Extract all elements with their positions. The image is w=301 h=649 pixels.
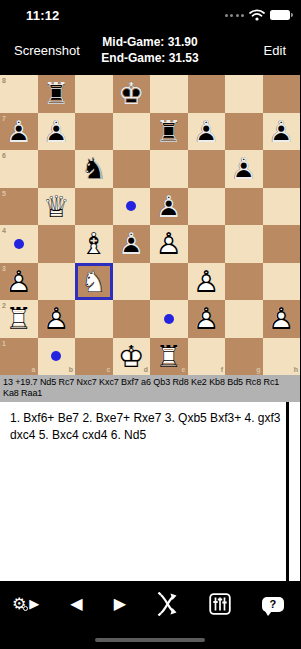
- square-f7[interactable]: ♟♙: [188, 113, 226, 151]
- file-label-g: g: [256, 366, 260, 373]
- square-h4[interactable]: [263, 225, 301, 263]
- square-a8[interactable]: 8: [0, 75, 38, 113]
- home-indicator[interactable]: [95, 638, 205, 643]
- file-label-h: h: [294, 366, 298, 373]
- nav-bar: Screenshot Mid-Game: 31.90 End-Game: 31.…: [0, 30, 300, 75]
- legal-move-dot[interactable]: [51, 351, 61, 361]
- square-d4[interactable]: ♟♙: [113, 225, 151, 263]
- square-c5[interactable]: [75, 188, 113, 226]
- square-d5[interactable]: [113, 188, 151, 226]
- square-b6[interactable]: [38, 150, 76, 188]
- square-a4[interactable]: 4: [0, 225, 38, 263]
- square-a6[interactable]: 6: [0, 150, 38, 188]
- square-e3[interactable]: [150, 263, 188, 301]
- square-f6[interactable]: [188, 150, 226, 188]
- app-window: 11:12 Screenshot Mid-Game: 31.90 End-Gam…: [0, 0, 300, 649]
- square-e7[interactable]: ♜♖: [150, 113, 188, 151]
- piece-black-pawn[interactable]: ♟♙: [150, 188, 188, 226]
- square-h1[interactable]: h: [263, 338, 301, 376]
- square-b8[interactable]: ♜♖: [38, 75, 76, 113]
- piece-white-bishop[interactable]: ♝♗: [75, 225, 113, 263]
- square-d6[interactable]: [113, 150, 151, 188]
- square-c3[interactable]: ♞♘: [75, 263, 113, 301]
- mid-game-score: Mid-Game: 31.90: [0, 34, 300, 50]
- square-c6[interactable]: ♞♘: [75, 150, 113, 188]
- square-d7[interactable]: [113, 113, 151, 151]
- square-g7[interactable]: [225, 113, 263, 151]
- cellular-signal-icon: [225, 14, 245, 17]
- square-b4[interactable]: [38, 225, 76, 263]
- square-d3[interactable]: [113, 263, 151, 301]
- piece-black-pawn[interactable]: ♟♙: [0, 113, 38, 151]
- rank-label-8: 8: [2, 77, 6, 84]
- shuffle-button[interactable]: [157, 592, 178, 616]
- square-f1[interactable]: f: [188, 338, 226, 376]
- piece-white-pawn[interactable]: ♟♙: [263, 300, 301, 338]
- square-c7[interactable]: [75, 113, 113, 151]
- battery-icon: [270, 10, 290, 20]
- chess-board: 8♜♖♚♔7♟♙♟♙♜♖♟♙♟♙6♞♘♟♙5♛♕♟♙4♝♗♟♙♟♙3♟♙♞♘♟♙…: [0, 75, 300, 375]
- file-label-b: b: [69, 366, 73, 373]
- move-list-panel[interactable]: 1. Bxf6+ Be7 2. Bxe7+ Rxe7 3. Qxb5 Bxf3+…: [0, 402, 300, 581]
- square-a3[interactable]: 3♟♙: [0, 263, 38, 301]
- piece-black-pawn[interactable]: ♟♙: [225, 150, 263, 188]
- square-h3[interactable]: [263, 263, 301, 301]
- square-b2[interactable]: ♟♙: [38, 300, 76, 338]
- rank-label-6: 6: [2, 152, 6, 159]
- piece-white-pawn[interactable]: ♟♙: [0, 263, 38, 301]
- status-bar: 11:12: [0, 0, 300, 30]
- square-c2[interactable]: [75, 300, 113, 338]
- file-label-f: f: [221, 366, 223, 373]
- play-icon: ▶: [29, 596, 39, 612]
- rank-label-4: 4: [2, 227, 6, 234]
- piece-white-pawn[interactable]: ♟♙: [38, 300, 76, 338]
- square-h2[interactable]: ♟♙: [263, 300, 301, 338]
- square-f5[interactable]: [188, 188, 226, 226]
- square-b7[interactable]: ♟♙: [38, 113, 76, 151]
- square-d2[interactable]: [113, 300, 151, 338]
- square-e6[interactable]: [150, 150, 188, 188]
- square-g3[interactable]: [225, 263, 263, 301]
- bottom-toolbar: ⚙ ▶ ◀ ▶: [0, 581, 300, 649]
- piece-white-queen[interactable]: ♛♕: [38, 188, 76, 226]
- square-h6[interactable]: [263, 150, 301, 188]
- square-g4[interactable]: [225, 225, 263, 263]
- piece-black-rook[interactable]: ♜♖: [150, 113, 188, 151]
- piece-black-king[interactable]: ♚♔: [113, 75, 151, 113]
- sliders-icon: [209, 593, 231, 615]
- square-d1[interactable]: d♚♔: [113, 338, 151, 376]
- square-h5[interactable]: [263, 188, 301, 226]
- forward-triangle-icon: ▶: [114, 596, 126, 612]
- piece-black-knight[interactable]: ♞♘: [75, 150, 113, 188]
- square-e1[interactable]: e♜♖: [150, 338, 188, 376]
- settings-sliders-button[interactable]: [209, 593, 231, 615]
- edit-button[interactable]: Edit: [264, 43, 286, 58]
- file-label-c: c: [107, 366, 111, 373]
- piece-black-pawn[interactable]: ♟♙: [113, 225, 151, 263]
- piece-white-king[interactable]: ♚♔: [113, 338, 151, 376]
- square-g6[interactable]: ♟♙: [225, 150, 263, 188]
- piece-black-rook[interactable]: ♜♖: [38, 75, 76, 113]
- square-f4[interactable]: [188, 225, 226, 263]
- legal-move-dot[interactable]: [126, 201, 136, 211]
- square-d8[interactable]: ♚♔: [113, 75, 151, 113]
- square-c1[interactable]: c: [75, 338, 113, 376]
- help-button[interactable]: ?: [262, 597, 284, 612]
- square-f3[interactable]: ♟♙: [188, 263, 226, 301]
- square-f8[interactable]: [188, 75, 226, 113]
- wifi-icon: [249, 9, 265, 21]
- shuffle-icon: [157, 592, 178, 616]
- piece-white-pawn[interactable]: ♟♙: [188, 263, 226, 301]
- back-triangle-icon: ◀: [70, 596, 82, 612]
- help-bubble-icon: ?: [262, 597, 284, 612]
- back-button[interactable]: ◀: [70, 596, 82, 612]
- square-g8[interactable]: [225, 75, 263, 113]
- scrollbar[interactable]: [286, 402, 290, 581]
- piece-white-rook[interactable]: ♜♖: [150, 338, 188, 376]
- square-f2[interactable]: ♟♙: [188, 300, 226, 338]
- square-h7[interactable]: ♟♙: [263, 113, 301, 151]
- square-a5[interactable]: 5: [0, 188, 38, 226]
- square-a2[interactable]: 2♜♖: [0, 300, 38, 338]
- piece-white-rook[interactable]: ♜♖: [0, 300, 38, 338]
- square-g5[interactable]: [225, 188, 263, 226]
- square-a1[interactable]: 1a: [0, 338, 38, 376]
- square-a7[interactable]: 7♟♙: [0, 113, 38, 151]
- piece-white-pawn[interactable]: ♟♙: [150, 225, 188, 263]
- move-list-text: 1. Bxf6+ Be7 2. Bxe7+ Rxe7 3. Qxb5 Bxf3+…: [0, 402, 300, 444]
- square-e4[interactable]: ♟♙: [150, 225, 188, 263]
- legal-move-dot[interactable]: [14, 239, 24, 249]
- rank-label-1: 1: [2, 340, 6, 347]
- square-c8[interactable]: [75, 75, 113, 113]
- square-h8[interactable]: [263, 75, 301, 113]
- piece-black-pawn[interactable]: ♟♙: [263, 113, 301, 151]
- piece-black-pawn[interactable]: ♟♙: [38, 113, 76, 151]
- legal-move-dot[interactable]: [164, 314, 174, 324]
- square-b5[interactable]: ♛♕: [38, 188, 76, 226]
- piece-white-knight[interactable]: ♞♘: [75, 263, 113, 301]
- small-gear-icon: [23, 606, 28, 611]
- clock: 11:12: [26, 8, 60, 23]
- square-b3[interactable]: [38, 263, 76, 301]
- square-g1[interactable]: g: [225, 338, 263, 376]
- square-e8[interactable]: [150, 75, 188, 113]
- square-e5[interactable]: ♟♙: [150, 188, 188, 226]
- piece-white-pawn[interactable]: ♟♙: [188, 300, 226, 338]
- end-game-score: End-Game: 31.53: [0, 50, 300, 66]
- analyze-play-button[interactable]: ⚙ ▶: [12, 596, 39, 612]
- forward-button[interactable]: ▶: [114, 596, 126, 612]
- square-b1[interactable]: b: [38, 338, 76, 376]
- square-e2[interactable]: [150, 300, 188, 338]
- square-c4[interactable]: ♝♗: [75, 225, 113, 263]
- file-label-a: a: [32, 366, 36, 373]
- rank-label-5: 5: [2, 190, 6, 197]
- engine-analysis-line: 13 +19.7 Nd5 Rc7 Nxc7 Kxc7 Bxf7 a6 Qb3 R…: [0, 375, 300, 402]
- piece-black-pawn[interactable]: ♟♙: [188, 113, 226, 151]
- square-g2[interactable]: [225, 300, 263, 338]
- evaluation-scores: Mid-Game: 31.90 End-Game: 31.53: [0, 34, 300, 66]
